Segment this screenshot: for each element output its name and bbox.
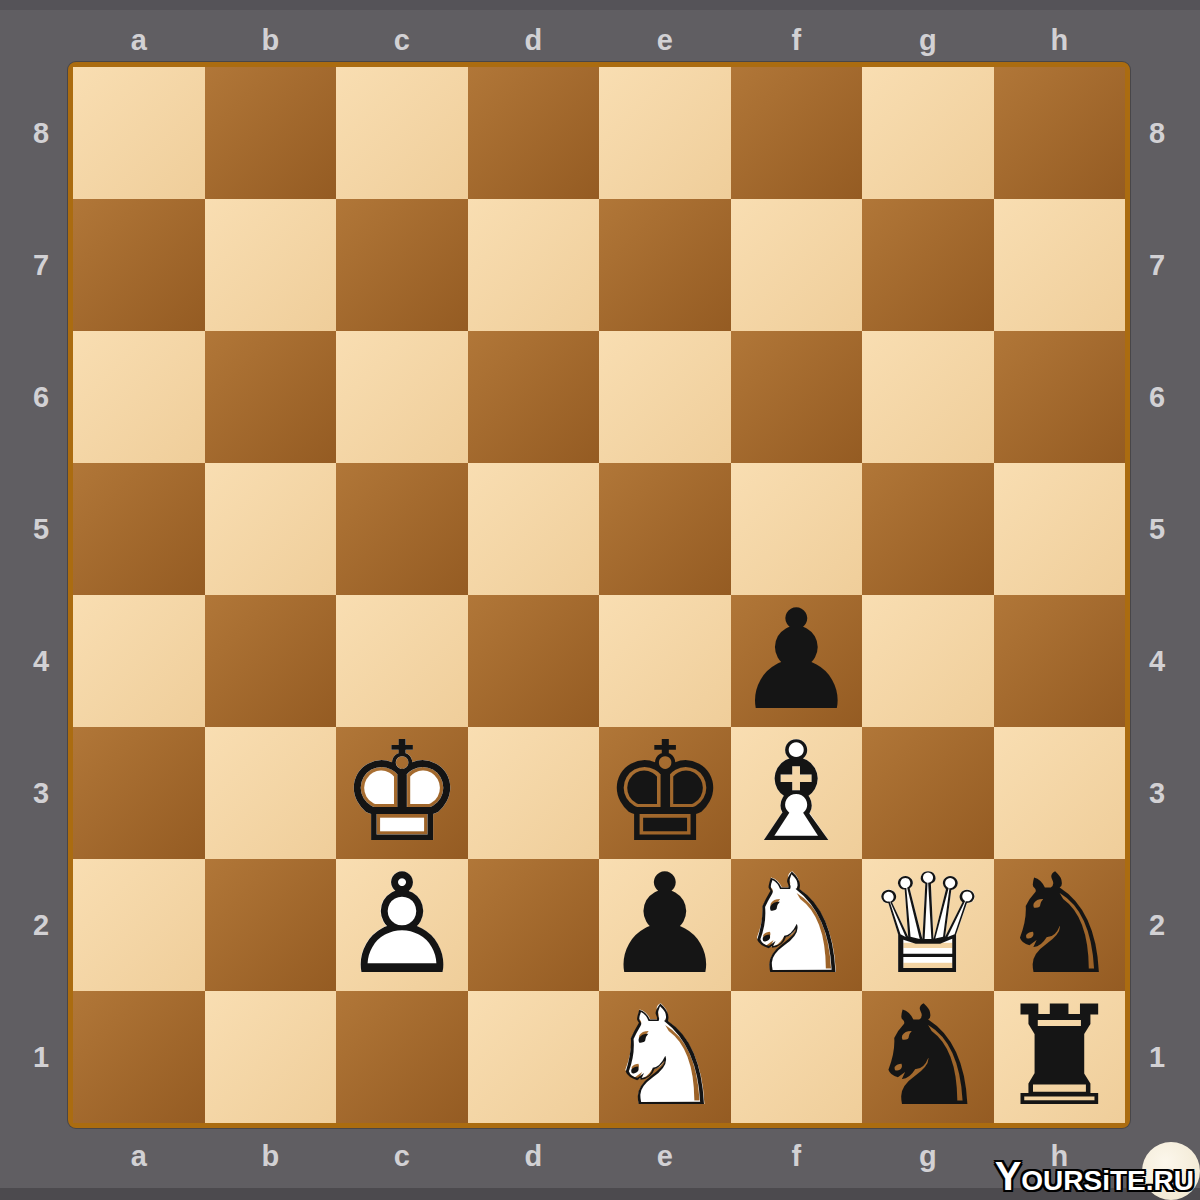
- square-e8: [599, 67, 731, 199]
- square-a1: [73, 991, 205, 1123]
- square-g5: [862, 463, 994, 595]
- square-e3: ♚: [599, 727, 731, 859]
- square-b5: [205, 463, 337, 595]
- square-d3: [468, 727, 600, 859]
- square-h3: [994, 727, 1126, 859]
- file-label-d: d: [468, 18, 600, 62]
- square-h2: ♞: [994, 859, 1126, 991]
- file-labels-top: abcdefgh: [73, 18, 1125, 62]
- rank-label-7: 7: [18, 199, 64, 331]
- square-b7: [205, 199, 337, 331]
- square-e2: ♟: [599, 859, 731, 991]
- white-pawn-c2: ♟♙: [336, 859, 468, 991]
- square-e1: ♞♘: [599, 991, 731, 1123]
- square-a6: [73, 331, 205, 463]
- square-f3: ♝♗: [731, 727, 863, 859]
- black-rook-h1: ♜: [994, 991, 1126, 1123]
- file-label-d: d: [468, 1134, 600, 1178]
- file-label-g: g: [862, 1134, 994, 1178]
- rank-label-3: 3: [18, 727, 64, 859]
- square-g4: [862, 595, 994, 727]
- square-c4: [336, 595, 468, 727]
- file-label-c: c: [336, 18, 468, 62]
- file-label-h: h: [994, 18, 1126, 62]
- rank-label-5: 5: [18, 463, 64, 595]
- square-g8: [862, 67, 994, 199]
- square-b8: [205, 67, 337, 199]
- square-b2: [205, 859, 337, 991]
- watermark-text: YOURSiTE.RU: [995, 1154, 1194, 1199]
- rank-label-1: 1: [18, 991, 64, 1123]
- square-b6: [205, 331, 337, 463]
- black-pawn-f4: ♟: [731, 595, 863, 727]
- file-label-f: f: [731, 18, 863, 62]
- square-g3: [862, 727, 994, 859]
- square-d2: [468, 859, 600, 991]
- square-a7: [73, 199, 205, 331]
- screenshot-root: abcdefgh abcdefgh 87654321 87654321 ♟♚♔♚…: [0, 0, 1200, 1200]
- black-knight-g1: ♞: [862, 991, 994, 1123]
- chess-board: ♟♚♔♚♝♗♟♙♟♞♘♛♕♞♞♘♞♜: [68, 62, 1130, 1128]
- white-knight-e1: ♞♘: [599, 991, 731, 1123]
- square-c2: ♟♙: [336, 859, 468, 991]
- square-c8: [336, 67, 468, 199]
- square-e4: [599, 595, 731, 727]
- black-knight-h2: ♞: [994, 859, 1126, 991]
- white-queen-g2: ♛♕: [862, 859, 994, 991]
- file-label-g: g: [862, 18, 994, 62]
- rank-label-2: 2: [1134, 859, 1180, 991]
- square-a5: [73, 463, 205, 595]
- square-a2: [73, 859, 205, 991]
- square-d4: [468, 595, 600, 727]
- rank-label-4: 4: [1134, 595, 1180, 727]
- square-c3: ♚♔: [336, 727, 468, 859]
- file-label-f: f: [731, 1134, 863, 1178]
- square-h4: [994, 595, 1126, 727]
- square-d7: [468, 199, 600, 331]
- square-c5: [336, 463, 468, 595]
- file-labels-bottom: abcdefgh: [73, 1134, 1125, 1178]
- rank-label-2: 2: [18, 859, 64, 991]
- square-b4: [205, 595, 337, 727]
- square-a4: [73, 595, 205, 727]
- rank-label-7: 7: [1134, 199, 1180, 331]
- square-h6: [994, 331, 1126, 463]
- square-e5: [599, 463, 731, 595]
- file-label-c: c: [336, 1134, 468, 1178]
- rank-label-6: 6: [1134, 331, 1180, 463]
- square-f5: [731, 463, 863, 595]
- square-f4: ♟: [731, 595, 863, 727]
- file-label-b: b: [205, 18, 337, 62]
- top-band: [0, 0, 1200, 10]
- file-label-a: a: [73, 18, 205, 62]
- square-f2: ♞♘: [731, 859, 863, 991]
- square-g2: ♛♕: [862, 859, 994, 991]
- square-g7: [862, 199, 994, 331]
- rank-label-5: 5: [1134, 463, 1180, 595]
- square-c7: [336, 199, 468, 331]
- rank-label-8: 8: [1134, 67, 1180, 199]
- square-f7: [731, 199, 863, 331]
- black-pawn-e2: ♟: [599, 859, 731, 991]
- square-h8: [994, 67, 1126, 199]
- square-g1: ♞: [862, 991, 994, 1123]
- square-d5: [468, 463, 600, 595]
- rank-label-4: 4: [18, 595, 64, 727]
- rank-label-1: 1: [1134, 991, 1180, 1123]
- square-d6: [468, 331, 600, 463]
- square-h5: [994, 463, 1126, 595]
- rank-label-3: 3: [1134, 727, 1180, 859]
- square-f8: [731, 67, 863, 199]
- square-h1: ♜: [994, 991, 1126, 1123]
- square-e6: [599, 331, 731, 463]
- square-g6: [862, 331, 994, 463]
- white-knight-f2: ♞♘: [731, 859, 863, 991]
- file-label-a: a: [73, 1134, 205, 1178]
- square-d8: [468, 67, 600, 199]
- rank-labels-left: 87654321: [18, 67, 64, 1123]
- file-label-b: b: [205, 1134, 337, 1178]
- file-label-e: e: [599, 1134, 731, 1178]
- square-b3: [205, 727, 337, 859]
- square-h7: [994, 199, 1126, 331]
- black-king-e3: ♚: [599, 727, 731, 859]
- file-label-e: e: [599, 18, 731, 62]
- rank-label-6: 6: [18, 331, 64, 463]
- square-c6: [336, 331, 468, 463]
- white-bishop-f3: ♝♗: [731, 727, 863, 859]
- square-f1: [731, 991, 863, 1123]
- square-d1: [468, 991, 600, 1123]
- square-a3: [73, 727, 205, 859]
- square-b1: [205, 991, 337, 1123]
- rank-labels-right: 87654321: [1134, 67, 1180, 1123]
- rank-label-8: 8: [18, 67, 64, 199]
- square-e7: [599, 199, 731, 331]
- square-f6: [731, 331, 863, 463]
- square-a8: [73, 67, 205, 199]
- square-c1: [336, 991, 468, 1123]
- white-king-c3: ♚♔: [336, 727, 468, 859]
